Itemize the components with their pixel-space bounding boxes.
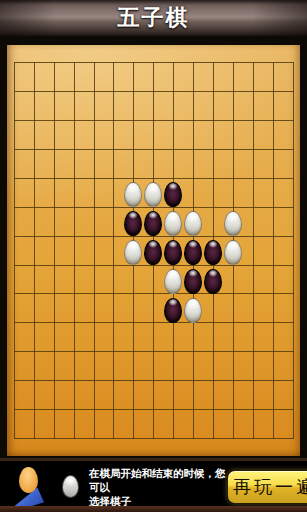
stone-black xyxy=(164,298,182,323)
gomoku-app: 五子棋 在棋局开始和结束的时候，您可以 选择棋子 再玩一遍 xyxy=(0,0,307,512)
stone-white xyxy=(224,211,242,236)
stone-white xyxy=(184,298,202,323)
white-stone-icon[interactable] xyxy=(62,475,79,498)
stone-black xyxy=(184,240,202,265)
hint-text: 在棋局开始和结束的时候，您可以 选择棋子 xyxy=(89,466,227,508)
board-frame xyxy=(0,36,307,458)
player-avatar-icon xyxy=(12,466,46,508)
app-title: 五子棋 xyxy=(118,3,190,33)
stone-white xyxy=(224,240,242,265)
play-again-button[interactable]: 再玩一遍 xyxy=(227,470,307,504)
avatar-head-shape xyxy=(19,467,38,493)
board[interactable] xyxy=(7,45,300,456)
title-bar: 五子棋 xyxy=(0,0,307,36)
hint-line-1: 在棋局开始和结束的时候，您可以 xyxy=(89,466,227,494)
status-bar: 在棋局开始和结束的时候，您可以 选择棋子 再玩一遍 xyxy=(0,458,307,512)
stone-black xyxy=(184,269,202,294)
stone-black xyxy=(204,269,222,294)
stone-black xyxy=(164,240,182,265)
stone-white xyxy=(164,269,182,294)
stone-white xyxy=(184,211,202,236)
footer-strip xyxy=(0,506,307,512)
stone-black xyxy=(204,240,222,265)
